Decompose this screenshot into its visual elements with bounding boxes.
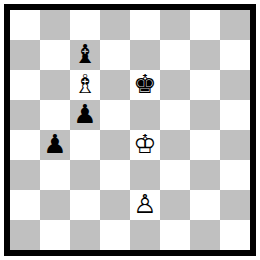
square-e4[interactable]: ♔ (130, 130, 160, 160)
square-f7[interactable] (160, 40, 190, 70)
square-d5[interactable] (100, 100, 130, 130)
chess-board-grid: ♝♗♚♟♟♔♙ (10, 10, 250, 250)
square-c6[interactable]: ♗ (70, 70, 100, 100)
square-b1[interactable] (40, 220, 70, 250)
piece-black-king-e6[interactable]: ♚ (133, 71, 156, 97)
square-h5[interactable] (220, 100, 250, 130)
square-b5[interactable] (40, 100, 70, 130)
square-c3[interactable] (70, 160, 100, 190)
square-g6[interactable] (190, 70, 220, 100)
square-g4[interactable] (190, 130, 220, 160)
piece-black-pawn-b4[interactable]: ♟ (43, 131, 66, 157)
square-a4[interactable] (10, 130, 40, 160)
square-e8[interactable] (130, 10, 160, 40)
square-b7[interactable] (40, 40, 70, 70)
square-g5[interactable] (190, 100, 220, 130)
square-d3[interactable] (100, 160, 130, 190)
square-h8[interactable] (220, 10, 250, 40)
piece-black-bishop-c7[interactable]: ♝ (73, 41, 96, 67)
square-f3[interactable] (160, 160, 190, 190)
square-f5[interactable] (160, 100, 190, 130)
square-f2[interactable] (160, 190, 190, 220)
square-d7[interactable] (100, 40, 130, 70)
square-h2[interactable] (220, 190, 250, 220)
square-a3[interactable] (10, 160, 40, 190)
square-h7[interactable] (220, 40, 250, 70)
square-h1[interactable] (220, 220, 250, 250)
square-d6[interactable] (100, 70, 130, 100)
square-g1[interactable] (190, 220, 220, 250)
square-c8[interactable] (70, 10, 100, 40)
square-b4[interactable]: ♟ (40, 130, 70, 160)
square-a7[interactable] (10, 40, 40, 70)
square-d1[interactable] (100, 220, 130, 250)
page-background: { "game": "chess", "position": "8/2b5/2B… (0, 0, 260, 260)
square-g2[interactable] (190, 190, 220, 220)
square-a1[interactable] (10, 220, 40, 250)
square-f8[interactable] (160, 10, 190, 40)
piece-black-pawn-c5[interactable]: ♟ (73, 101, 96, 127)
square-c1[interactable] (70, 220, 100, 250)
square-f1[interactable] (160, 220, 190, 250)
piece-white-bishop-c6[interactable]: ♗ (73, 71, 96, 97)
square-e2[interactable]: ♙ (130, 190, 160, 220)
square-d4[interactable] (100, 130, 130, 160)
square-h6[interactable] (220, 70, 250, 100)
square-a2[interactable] (10, 190, 40, 220)
square-e1[interactable] (130, 220, 160, 250)
square-c2[interactable] (70, 190, 100, 220)
square-e3[interactable] (130, 160, 160, 190)
square-h3[interactable] (220, 160, 250, 190)
square-f4[interactable] (160, 130, 190, 160)
square-b2[interactable] (40, 190, 70, 220)
square-a8[interactable] (10, 10, 40, 40)
square-e6[interactable]: ♚ (130, 70, 160, 100)
piece-white-pawn-e2[interactable]: ♙ (133, 191, 156, 217)
square-b3[interactable] (40, 160, 70, 190)
square-c4[interactable] (70, 130, 100, 160)
square-g7[interactable] (190, 40, 220, 70)
square-b6[interactable] (40, 70, 70, 100)
square-d2[interactable] (100, 190, 130, 220)
square-g3[interactable] (190, 160, 220, 190)
square-e7[interactable] (130, 40, 160, 70)
square-h4[interactable] (220, 130, 250, 160)
square-d8[interactable] (100, 10, 130, 40)
square-g8[interactable] (190, 10, 220, 40)
square-f6[interactable] (160, 70, 190, 100)
square-a5[interactable] (10, 100, 40, 130)
square-e5[interactable] (130, 100, 160, 130)
square-a6[interactable] (10, 70, 40, 100)
square-c5[interactable]: ♟ (70, 100, 100, 130)
chess-board: ♝♗♚♟♟♔♙ (4, 4, 256, 256)
square-c7[interactable]: ♝ (70, 40, 100, 70)
piece-white-king-e4[interactable]: ♔ (133, 131, 156, 157)
square-b8[interactable] (40, 10, 70, 40)
